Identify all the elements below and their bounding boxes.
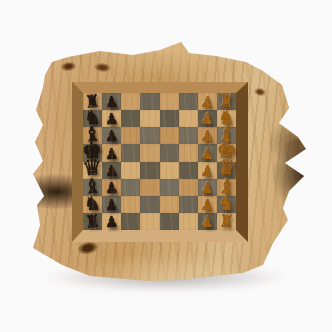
square-c7: ♟ — [102, 179, 121, 196]
olive-wood-slab: ♜♟♟♜♞♟♟♞♝♟♟♝♚♟♟♚♛♟♟♛♝♟♟♝♞♟♟♞♜♟♟♜ — [28, 38, 310, 286]
square-a6 — [121, 213, 140, 230]
square-b4 — [160, 196, 179, 213]
square-e7: ♟ — [102, 144, 121, 161]
square-c5 — [140, 179, 159, 196]
wood-knot-icon — [94, 62, 112, 72]
piece-black-pawn: ♟ — [104, 215, 118, 231]
square-h3 — [179, 93, 198, 110]
piece-white-pawn: ♟ — [201, 198, 215, 214]
square-f4 — [160, 127, 179, 144]
square-g4 — [160, 110, 179, 127]
square-g7: ♟ — [102, 110, 121, 127]
piece-white-pawn: ♟ — [201, 112, 215, 128]
piece-white-pawn: ♟ — [201, 95, 215, 111]
piece-white-pawn: ♟ — [201, 180, 215, 196]
square-d7: ♟ — [102, 162, 121, 179]
square-a1: ♜ — [217, 213, 236, 230]
wood-knot-icon — [77, 240, 99, 256]
square-h7: ♟ — [102, 93, 121, 110]
piece-black-pawn: ♟ — [104, 198, 118, 214]
square-b6 — [121, 196, 140, 213]
square-e5 — [140, 144, 159, 161]
square-a3 — [179, 213, 198, 230]
piece-black-pawn: ♟ — [104, 146, 118, 162]
square-c6 — [121, 179, 140, 196]
piece-black-pawn: ♟ — [104, 163, 118, 179]
square-c2: ♟ — [198, 179, 217, 196]
square-a8: ♜ — [83, 213, 102, 230]
piece-black-pawn: ♟ — [104, 112, 118, 128]
square-b2: ♟ — [198, 196, 217, 213]
square-f3 — [179, 127, 198, 144]
piece-white-pawn: ♟ — [201, 146, 215, 162]
square-a2: ♟ — [198, 213, 217, 230]
square-f6 — [121, 127, 140, 144]
square-g5 — [140, 110, 159, 127]
piece-black-pawn: ♟ — [104, 95, 118, 111]
square-h6 — [121, 93, 140, 110]
square-b5 — [140, 196, 159, 213]
piece-black-rook: ♜ — [84, 212, 101, 230]
board-bevel-frame: ♜♟♟♜♞♟♟♞♝♟♟♝♚♟♟♚♛♟♟♛♝♟♟♝♞♟♟♞♜♟♟♜ — [72, 82, 248, 242]
chess-board: ♜♟♟♜♞♟♟♞♝♟♟♝♚♟♟♚♛♟♟♛♝♟♟♝♞♟♟♞♜♟♟♜ — [83, 93, 236, 230]
square-b7: ♟ — [102, 196, 121, 213]
square-d6 — [121, 162, 140, 179]
square-e3 — [179, 144, 198, 161]
piece-white-rook: ♜ — [219, 212, 236, 230]
square-c3 — [179, 179, 198, 196]
photo-canvas: ♜♟♟♜♞♟♟♞♝♟♟♝♚♟♟♚♛♟♟♛♝♟♟♝♞♟♟♞♜♟♟♜ — [0, 0, 332, 332]
square-g2: ♟ — [198, 110, 217, 127]
square-f7: ♟ — [102, 127, 121, 144]
square-h2: ♟ — [198, 93, 217, 110]
piece-black-pawn: ♟ — [104, 180, 118, 196]
square-d4 — [160, 162, 179, 179]
square-h4 — [160, 93, 179, 110]
square-a5 — [140, 213, 159, 230]
square-e2: ♟ — [198, 144, 217, 161]
square-f2: ♟ — [198, 127, 217, 144]
square-a7: ♟ — [102, 213, 121, 230]
square-a4 — [160, 213, 179, 230]
square-b3 — [179, 196, 198, 213]
wood-knot-icon — [60, 61, 76, 72]
piece-black-pawn: ♟ — [104, 129, 118, 145]
square-f5 — [140, 127, 159, 144]
square-h5 — [140, 93, 159, 110]
square-d2: ♟ — [198, 162, 217, 179]
square-d3 — [179, 162, 198, 179]
piece-white-pawn: ♟ — [201, 129, 215, 145]
square-g3 — [179, 110, 198, 127]
piece-white-pawn: ♟ — [201, 163, 215, 179]
square-e6 — [121, 144, 140, 161]
wood-knot-icon — [253, 87, 266, 97]
square-c4 — [160, 179, 179, 196]
square-e4 — [160, 144, 179, 161]
square-g6 — [121, 110, 140, 127]
square-d5 — [140, 162, 159, 179]
piece-white-pawn: ♟ — [201, 215, 215, 231]
